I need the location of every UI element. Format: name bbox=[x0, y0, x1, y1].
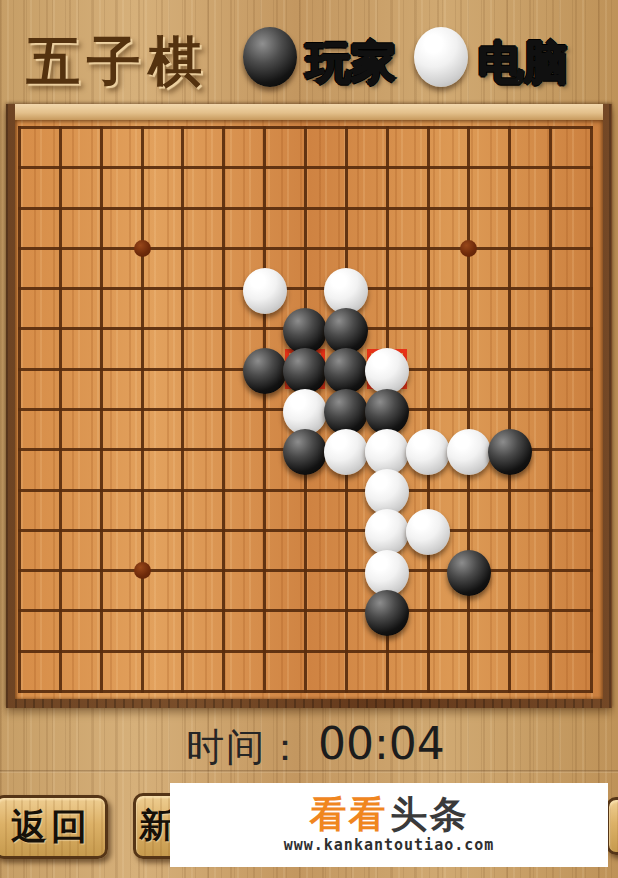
black-stone bbox=[243, 348, 287, 394]
player-label: 玩家 bbox=[306, 33, 396, 93]
board-grid[interactable] bbox=[18, 126, 593, 693]
gomoku-app: 五子棋 玩家 电脑 时间： 00:04 返回 新游戏 看看头条 www.kank… bbox=[0, 0, 618, 878]
white-stone bbox=[365, 429, 409, 475]
watermark-brand-orange: 看看 bbox=[310, 794, 388, 835]
white-stone bbox=[365, 509, 409, 555]
star-point bbox=[134, 240, 151, 257]
watermark-logo: 看看头条 bbox=[310, 796, 469, 833]
watermark: 看看头条 www.kankantoutiao.com bbox=[170, 783, 608, 867]
black-stone bbox=[365, 389, 409, 435]
black-stone bbox=[283, 429, 327, 475]
star-point bbox=[134, 562, 151, 579]
app-title: 五子棋 bbox=[26, 26, 209, 99]
black-stone bbox=[447, 550, 491, 596]
computer-label: 电脑 bbox=[478, 33, 568, 93]
black-stone-icon bbox=[243, 27, 297, 87]
black-stone bbox=[365, 590, 409, 636]
white-stone bbox=[324, 268, 368, 314]
watermark-brand-dark: 头条 bbox=[391, 794, 469, 835]
black-stone bbox=[488, 429, 532, 475]
black-stone bbox=[324, 348, 368, 394]
black-stone bbox=[324, 389, 368, 435]
white-stone bbox=[283, 389, 327, 435]
white-stone bbox=[406, 429, 450, 475]
watermark-url: www.kankantoutiao.com bbox=[284, 836, 495, 854]
time-label: 时间： bbox=[186, 722, 306, 773]
white-stone bbox=[243, 268, 287, 314]
time-value: 00:04 bbox=[318, 718, 445, 769]
black-stone bbox=[283, 308, 327, 354]
board-top-bevel bbox=[15, 104, 603, 120]
star-point bbox=[460, 240, 477, 257]
white-stone bbox=[324, 429, 368, 475]
white-stone bbox=[406, 509, 450, 555]
back-button[interactable]: 返回 bbox=[0, 795, 108, 859]
white-stone bbox=[365, 550, 409, 596]
divider bbox=[0, 770, 618, 773]
black-stone bbox=[324, 308, 368, 354]
white-stone bbox=[365, 469, 409, 515]
white-stone bbox=[447, 429, 491, 475]
white-stone-icon bbox=[414, 27, 468, 87]
